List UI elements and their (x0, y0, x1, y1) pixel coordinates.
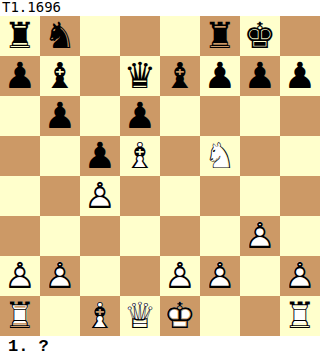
square-b4[interactable] (40, 176, 80, 216)
square-c1[interactable]: ♝♗ (80, 296, 120, 336)
square-f5[interactable]: ♞♘ (200, 136, 240, 176)
square-a4[interactable] (0, 176, 40, 216)
square-e3[interactable] (160, 216, 200, 256)
square-a8[interactable]: ♜ (0, 16, 40, 56)
square-c7[interactable] (80, 56, 120, 96)
square-b2[interactable]: ♟♙ (40, 256, 80, 296)
square-e2[interactable]: ♟♙ (160, 256, 200, 296)
square-h7[interactable]: ♟ (280, 56, 320, 96)
square-f4[interactable] (200, 176, 240, 216)
piece-white-pawn: ♟♙ (280, 256, 320, 296)
piece-black-king: ♚ (240, 16, 280, 56)
square-f6[interactable] (200, 96, 240, 136)
piece-black-pawn: ♟ (40, 96, 80, 136)
square-c5[interactable]: ♟ (80, 136, 120, 176)
piece-black-pawn: ♟ (0, 56, 40, 96)
puzzle-title: T1.1696 (0, 0, 320, 16)
square-h3[interactable] (280, 216, 320, 256)
square-e6[interactable] (160, 96, 200, 136)
square-h5[interactable] (280, 136, 320, 176)
square-f8[interactable]: ♜ (200, 16, 240, 56)
square-g4[interactable] (240, 176, 280, 216)
square-h6[interactable] (280, 96, 320, 136)
piece-black-pawn: ♟ (240, 56, 280, 96)
square-c3[interactable] (80, 216, 120, 256)
square-h8[interactable] (280, 16, 320, 56)
square-g5[interactable] (240, 136, 280, 176)
piece-white-pawn: ♟♙ (160, 256, 200, 296)
piece-white-pawn: ♟♙ (200, 256, 240, 296)
square-b1[interactable] (40, 296, 80, 336)
square-c4[interactable]: ♟♙ (80, 176, 120, 216)
square-e4[interactable] (160, 176, 200, 216)
piece-black-pawn: ♟ (80, 136, 120, 176)
square-g3[interactable]: ♟♙ (240, 216, 280, 256)
square-c8[interactable] (80, 16, 120, 56)
square-a1[interactable]: ♜♖ (0, 296, 40, 336)
piece-white-rook: ♜♖ (280, 296, 320, 336)
piece-black-bishop: ♝ (40, 56, 80, 96)
square-e8[interactable] (160, 16, 200, 56)
piece-black-pawn: ♟ (280, 56, 320, 96)
piece-white-knight: ♞♘ (200, 136, 240, 176)
chess-board: ♜♞♜♚♟♝♛♝♟♟♟♟♟♟♝♗♞♘♟♙♟♙♟♙♟♙♟♙♟♙♟♙♜♖♝♗♛♕♚♔… (0, 16, 320, 336)
piece-black-bishop: ♝ (160, 56, 200, 96)
square-e5[interactable] (160, 136, 200, 176)
square-b8[interactable]: ♞ (40, 16, 80, 56)
piece-white-queen: ♛♕ (120, 296, 160, 336)
square-e7[interactable]: ♝ (160, 56, 200, 96)
piece-black-queen: ♛ (120, 56, 160, 96)
square-b3[interactable] (40, 216, 80, 256)
square-g6[interactable] (240, 96, 280, 136)
square-a5[interactable] (0, 136, 40, 176)
square-a7[interactable]: ♟ (0, 56, 40, 96)
square-d4[interactable] (120, 176, 160, 216)
square-a2[interactable]: ♟♙ (0, 256, 40, 296)
square-g8[interactable]: ♚ (240, 16, 280, 56)
piece-white-rook: ♜♖ (0, 296, 40, 336)
square-h1[interactable]: ♜♖ (280, 296, 320, 336)
square-f3[interactable] (200, 216, 240, 256)
square-b7[interactable]: ♝ (40, 56, 80, 96)
square-d3[interactable] (120, 216, 160, 256)
square-f7[interactable]: ♟ (200, 56, 240, 96)
piece-black-knight: ♞ (40, 16, 80, 56)
square-d8[interactable] (120, 16, 160, 56)
square-a6[interactable] (0, 96, 40, 136)
square-a3[interactable] (0, 216, 40, 256)
square-g7[interactable]: ♟ (240, 56, 280, 96)
square-d5[interactable]: ♝♗ (120, 136, 160, 176)
square-d6[interactable]: ♟ (120, 96, 160, 136)
piece-white-pawn: ♟♙ (0, 256, 40, 296)
piece-white-king: ♚♔ (160, 296, 200, 336)
square-c6[interactable] (80, 96, 120, 136)
square-f2[interactable]: ♟♙ (200, 256, 240, 296)
piece-black-pawn: ♟ (120, 96, 160, 136)
piece-white-bishop: ♝♗ (120, 136, 160, 176)
piece-white-pawn: ♟♙ (40, 256, 80, 296)
square-d1[interactable]: ♛♕ (120, 296, 160, 336)
square-g1[interactable] (240, 296, 280, 336)
piece-white-bishop: ♝♗ (80, 296, 120, 336)
piece-white-pawn: ♟♙ (80, 176, 120, 216)
square-h4[interactable] (280, 176, 320, 216)
piece-white-pawn: ♟♙ (240, 216, 280, 256)
square-d2[interactable] (120, 256, 160, 296)
square-b6[interactable]: ♟ (40, 96, 80, 136)
square-g2[interactable] (240, 256, 280, 296)
piece-black-pawn: ♟ (200, 56, 240, 96)
square-b5[interactable] (40, 136, 80, 176)
piece-black-rook: ♜ (0, 16, 40, 56)
square-d7[interactable]: ♛ (120, 56, 160, 96)
square-e1[interactable]: ♚♔ (160, 296, 200, 336)
square-h2[interactable]: ♟♙ (280, 256, 320, 296)
piece-black-rook: ♜ (200, 16, 240, 56)
move-prompt: 1. ? (0, 336, 320, 360)
square-f1[interactable] (200, 296, 240, 336)
square-c2[interactable] (80, 256, 120, 296)
